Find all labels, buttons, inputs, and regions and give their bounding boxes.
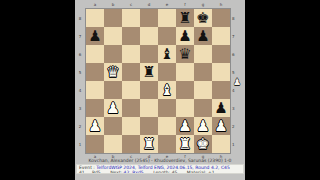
coord-label-e: e bbox=[158, 1, 176, 9]
square-h4[interactable] bbox=[212, 81, 230, 99]
square-h8[interactable] bbox=[212, 9, 230, 27]
black-pawn-f7: ♟ bbox=[178, 27, 191, 45]
square-e1[interactable] bbox=[158, 135, 176, 153]
coord-label-b: b bbox=[104, 1, 122, 9]
next-label: Next: bbox=[110, 170, 122, 175]
square-e4[interactable]: ♝ bbox=[158, 81, 176, 99]
square-c5[interactable] bbox=[122, 63, 140, 81]
square-g1[interactable]: ♚ bbox=[194, 135, 212, 153]
square-b3[interactable]: ♟ bbox=[104, 99, 122, 117]
rank-labels-left: 87654321 bbox=[75, 9, 85, 153]
coord-label-7: 7 bbox=[231, 27, 245, 45]
square-e2[interactable] bbox=[158, 117, 176, 135]
square-e6[interactable]: ♝ bbox=[158, 45, 176, 63]
square-f1[interactable]: ♜ bbox=[176, 135, 194, 153]
square-f8[interactable]: ♜ bbox=[176, 9, 194, 27]
square-f5[interactable] bbox=[176, 63, 194, 81]
square-b8[interactable] bbox=[104, 9, 122, 27]
white-bishop-e4: ♝ bbox=[160, 81, 173, 99]
coord-label-h: h bbox=[212, 1, 230, 9]
square-d1[interactable]: ♜ bbox=[140, 135, 158, 153]
coord-label-2: 2 bbox=[231, 117, 245, 135]
coord-label-7: 7 bbox=[75, 27, 85, 45]
black-queen-f6: ♛ bbox=[178, 45, 191, 63]
white-rook-f1: ♜ bbox=[178, 135, 191, 153]
square-g8[interactable]: ♚ bbox=[194, 9, 212, 27]
square-f2[interactable]: ♟ bbox=[176, 117, 194, 135]
square-a5[interactable] bbox=[86, 63, 104, 81]
square-g4[interactable] bbox=[194, 81, 212, 99]
square-c6[interactable] bbox=[122, 45, 140, 63]
coord-label-1: 1 bbox=[75, 135, 85, 153]
square-c3[interactable] bbox=[122, 99, 140, 117]
coord-label-1: 1 bbox=[231, 135, 245, 153]
coord-label-6: 6 bbox=[231, 45, 245, 63]
square-f6[interactable]: ♛ bbox=[176, 45, 194, 63]
coord-label-3: 3 bbox=[231, 99, 245, 117]
square-b5[interactable]: ♛ bbox=[104, 63, 122, 81]
square-f4[interactable] bbox=[176, 81, 194, 99]
coord-label-2: 2 bbox=[75, 117, 85, 135]
chess-board: ♜♚♟♟♟♝♛♛♜♝♟♟♟♟♟♟♜♜♚ bbox=[86, 9, 230, 153]
coord-label-6: 6 bbox=[75, 45, 85, 63]
square-b4[interactable] bbox=[104, 81, 122, 99]
square-a6[interactable] bbox=[86, 45, 104, 63]
next-move[interactable]: 42. Rxd5 bbox=[124, 170, 144, 175]
square-c8[interactable] bbox=[122, 9, 140, 27]
square-a7[interactable]: ♟ bbox=[86, 27, 104, 45]
coord-label-d: d bbox=[140, 1, 158, 9]
square-d3[interactable] bbox=[140, 99, 158, 117]
square-c2[interactable] bbox=[122, 117, 140, 135]
chess-gui-panel: abcdefgh 87654321 ♜♚♟♟♟♝♛♛♜♝♟♟♟♟♟♟♜♜♚ 87… bbox=[75, 0, 245, 180]
square-d8[interactable] bbox=[140, 9, 158, 27]
square-a2[interactable]: ♟ bbox=[86, 117, 104, 135]
square-g6[interactable] bbox=[194, 45, 212, 63]
black-rook-d5: ♜ bbox=[142, 63, 155, 81]
length-label: Length: bbox=[153, 170, 170, 175]
white-queen-b5: ♛ bbox=[106, 63, 119, 81]
white-pawn-b3: ♟ bbox=[106, 99, 119, 117]
black-pawn-h3: ♟ bbox=[214, 99, 227, 117]
square-g3[interactable] bbox=[194, 99, 212, 117]
white-pawn-a2: ♟ bbox=[88, 117, 101, 135]
square-e5[interactable] bbox=[158, 63, 176, 81]
coord-label-3: 3 bbox=[75, 99, 85, 117]
square-e3[interactable] bbox=[158, 99, 176, 117]
square-e8[interactable] bbox=[158, 9, 176, 27]
square-b2[interactable] bbox=[104, 117, 122, 135]
letterbox-right bbox=[245, 0, 320, 180]
square-h1[interactable] bbox=[212, 135, 230, 153]
move-line: 41 ... Rd5 Next: 42. Rxd5 Length: 45 Mat… bbox=[79, 170, 241, 175]
square-g2[interactable]: ♟ bbox=[194, 117, 212, 135]
square-h2[interactable]: ♟ bbox=[212, 117, 230, 135]
file-labels-top: abcdefgh bbox=[86, 1, 230, 9]
square-g7[interactable]: ♟ bbox=[194, 27, 212, 45]
white-rook-d1: ♜ bbox=[142, 135, 155, 153]
square-d5[interactable]: ♜ bbox=[140, 63, 158, 81]
coord-label-g: g bbox=[194, 1, 212, 9]
last-move: 41 ... Rd5 bbox=[79, 170, 101, 175]
game-info-panel: Event : TelfordWGP 2024, Telford ENG, 20… bbox=[76, 164, 244, 175]
square-a8[interactable] bbox=[86, 9, 104, 27]
black-pawn-a7: ♟ bbox=[88, 27, 101, 45]
white-pawn-f2: ♟ bbox=[178, 117, 191, 135]
length-value: 45 bbox=[172, 170, 178, 175]
square-b1[interactable] bbox=[104, 135, 122, 153]
black-rook-f8: ♜ bbox=[178, 9, 191, 27]
material-label: Material: bbox=[187, 170, 207, 175]
square-a3[interactable] bbox=[86, 99, 104, 117]
square-h7[interactable] bbox=[212, 27, 230, 45]
square-c4[interactable] bbox=[122, 81, 140, 99]
white-pawn-h2: ♟ bbox=[214, 117, 227, 135]
square-h5[interactable] bbox=[212, 63, 230, 81]
square-e7[interactable] bbox=[158, 27, 176, 45]
coord-label-c: c bbox=[122, 1, 140, 9]
square-a1[interactable] bbox=[86, 135, 104, 153]
coord-label-8: 8 bbox=[231, 9, 245, 27]
square-d2[interactable] bbox=[140, 117, 158, 135]
square-f7[interactable]: ♟ bbox=[176, 27, 194, 45]
coord-label-f: f bbox=[176, 1, 194, 9]
black-bishop-e6: ♝ bbox=[160, 45, 173, 63]
square-d7[interactable] bbox=[140, 27, 158, 45]
square-h6[interactable] bbox=[212, 45, 230, 63]
square-d4[interactable] bbox=[140, 81, 158, 99]
players-caption: Kovchan, Alexander (2545) - Khudoverdiev… bbox=[75, 158, 245, 163]
square-f3[interactable] bbox=[176, 99, 194, 117]
square-b7[interactable] bbox=[104, 27, 122, 45]
coord-label-4: 4 bbox=[75, 81, 85, 99]
square-g5[interactable] bbox=[194, 63, 212, 81]
coord-label-8: 8 bbox=[75, 9, 85, 27]
square-b6[interactable] bbox=[104, 45, 122, 63]
black-pawn-g7: ♟ bbox=[196, 27, 209, 45]
white-king-g1: ♚ bbox=[196, 135, 209, 153]
letterbox-left bbox=[0, 0, 75, 180]
square-d6[interactable] bbox=[140, 45, 158, 63]
square-a4[interactable] bbox=[86, 81, 104, 99]
square-c7[interactable] bbox=[122, 27, 140, 45]
square-h3[interactable]: ♟ bbox=[212, 99, 230, 117]
white-pawn-g2: ♟ bbox=[196, 117, 209, 135]
coord-label-a: a bbox=[86, 1, 104, 9]
black-king-g8: ♚ bbox=[196, 9, 209, 27]
white-pawn-icon: ♟ bbox=[233, 76, 241, 88]
square-c1[interactable] bbox=[122, 135, 140, 153]
material-value: +1 bbox=[208, 170, 215, 175]
coord-label-5: 5 bbox=[75, 63, 85, 81]
